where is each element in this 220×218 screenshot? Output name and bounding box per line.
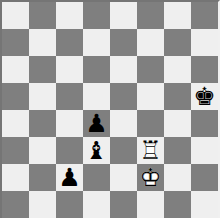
square-h8[interactable] bbox=[191, 2, 218, 29]
square-c4[interactable] bbox=[56, 110, 83, 137]
square-f7[interactable] bbox=[137, 29, 164, 56]
square-h5[interactable]: ♚ bbox=[191, 83, 218, 110]
square-d7[interactable] bbox=[83, 29, 110, 56]
square-a7[interactable] bbox=[2, 29, 29, 56]
piece-white-rook[interactable]: ♜♖ bbox=[137, 137, 164, 164]
square-c6[interactable] bbox=[56, 56, 83, 83]
square-c7[interactable] bbox=[56, 29, 83, 56]
square-g1[interactable] bbox=[164, 191, 191, 218]
chess-board-frame: ♚♟♝♜♖♟♚♔ bbox=[0, 0, 220, 218]
square-e3[interactable] bbox=[110, 137, 137, 164]
square-b4[interactable] bbox=[29, 110, 56, 137]
piece-white-king[interactable]: ♚♔ bbox=[137, 164, 164, 191]
square-d1[interactable] bbox=[83, 191, 110, 218]
square-a5[interactable] bbox=[2, 83, 29, 110]
square-a8[interactable] bbox=[2, 2, 29, 29]
square-e6[interactable] bbox=[110, 56, 137, 83]
square-d5[interactable] bbox=[83, 83, 110, 110]
piece-white-king-outline: ♔ bbox=[137, 164, 164, 191]
square-g6[interactable] bbox=[164, 56, 191, 83]
square-d6[interactable] bbox=[83, 56, 110, 83]
square-b1[interactable] bbox=[29, 191, 56, 218]
square-c2[interactable]: ♟ bbox=[56, 164, 83, 191]
square-g3[interactable] bbox=[164, 137, 191, 164]
square-f6[interactable] bbox=[137, 56, 164, 83]
square-f3[interactable]: ♜♖ bbox=[137, 137, 164, 164]
square-e5[interactable] bbox=[110, 83, 137, 110]
square-d8[interactable] bbox=[83, 2, 110, 29]
square-g8[interactable] bbox=[164, 2, 191, 29]
square-a1[interactable] bbox=[2, 191, 29, 218]
square-f8[interactable] bbox=[137, 2, 164, 29]
square-g5[interactable] bbox=[164, 83, 191, 110]
square-g4[interactable] bbox=[164, 110, 191, 137]
square-a3[interactable] bbox=[2, 137, 29, 164]
square-a2[interactable] bbox=[2, 164, 29, 191]
square-b2[interactable] bbox=[29, 164, 56, 191]
square-h3[interactable] bbox=[191, 137, 218, 164]
square-e7[interactable] bbox=[110, 29, 137, 56]
square-g7[interactable] bbox=[164, 29, 191, 56]
piece-black-king[interactable]: ♚ bbox=[193, 84, 215, 109]
square-e1[interactable] bbox=[110, 191, 137, 218]
square-d3[interactable]: ♝ bbox=[83, 137, 110, 164]
square-c3[interactable] bbox=[56, 137, 83, 164]
square-a4[interactable] bbox=[2, 110, 29, 137]
piece-black-pawn[interactable]: ♟ bbox=[58, 165, 80, 190]
square-e2[interactable] bbox=[110, 164, 137, 191]
square-h6[interactable] bbox=[191, 56, 218, 83]
square-h1[interactable] bbox=[191, 191, 218, 218]
square-c8[interactable] bbox=[56, 2, 83, 29]
square-b3[interactable] bbox=[29, 137, 56, 164]
piece-black-pawn[interactable]: ♟ bbox=[85, 111, 107, 136]
square-f5[interactable] bbox=[137, 83, 164, 110]
square-d4[interactable]: ♟ bbox=[83, 110, 110, 137]
square-f4[interactable] bbox=[137, 110, 164, 137]
square-b8[interactable] bbox=[29, 2, 56, 29]
square-h4[interactable] bbox=[191, 110, 218, 137]
square-d2[interactable] bbox=[83, 164, 110, 191]
square-f2[interactable]: ♚♔ bbox=[137, 164, 164, 191]
square-e8[interactable] bbox=[110, 2, 137, 29]
square-h7[interactable] bbox=[191, 29, 218, 56]
piece-black-bishop[interactable]: ♝ bbox=[85, 138, 107, 163]
square-g2[interactable] bbox=[164, 164, 191, 191]
square-b5[interactable] bbox=[29, 83, 56, 110]
piece-white-rook-outline: ♖ bbox=[137, 137, 164, 164]
square-h2[interactable] bbox=[191, 164, 218, 191]
square-e4[interactable] bbox=[110, 110, 137, 137]
square-f1[interactable] bbox=[137, 191, 164, 218]
square-a6[interactable] bbox=[2, 56, 29, 83]
square-b7[interactable] bbox=[29, 29, 56, 56]
square-b6[interactable] bbox=[29, 56, 56, 83]
square-c5[interactable] bbox=[56, 83, 83, 110]
square-c1[interactable] bbox=[56, 191, 83, 218]
chess-board: ♚♟♝♜♖♟♚♔ bbox=[2, 2, 218, 218]
